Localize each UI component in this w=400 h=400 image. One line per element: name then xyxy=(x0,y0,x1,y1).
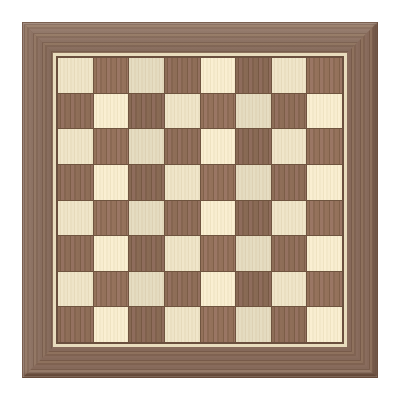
board-frame-top xyxy=(22,22,378,60)
square-a4 xyxy=(58,201,93,236)
square-d2 xyxy=(165,272,200,307)
square-h3 xyxy=(307,236,342,271)
square-f1 xyxy=(236,307,271,342)
square-d8 xyxy=(165,58,200,93)
square-d4 xyxy=(165,201,200,236)
square-e2 xyxy=(201,272,236,307)
square-g8 xyxy=(272,58,307,93)
square-g3 xyxy=(272,236,307,271)
square-e5 xyxy=(201,165,236,200)
square-a3 xyxy=(58,236,93,271)
square-c7 xyxy=(129,94,164,129)
square-d5 xyxy=(165,165,200,200)
board-frame-bottom xyxy=(22,340,378,378)
square-h2 xyxy=(307,272,342,307)
square-b8 xyxy=(94,58,129,93)
square-e4 xyxy=(201,201,236,236)
square-g2 xyxy=(272,272,307,307)
square-a8 xyxy=(58,58,93,93)
square-f2 xyxy=(236,272,271,307)
square-d3 xyxy=(165,236,200,271)
square-d1 xyxy=(165,307,200,342)
square-e6 xyxy=(201,129,236,164)
square-c1 xyxy=(129,307,164,342)
square-f8 xyxy=(236,58,271,93)
chess-board xyxy=(22,22,378,378)
square-f5 xyxy=(236,165,271,200)
square-h5 xyxy=(307,165,342,200)
square-a5 xyxy=(58,165,93,200)
square-g6 xyxy=(272,129,307,164)
board-frame-right xyxy=(340,22,378,378)
square-g5 xyxy=(272,165,307,200)
square-c6 xyxy=(129,129,164,164)
square-e3 xyxy=(201,236,236,271)
square-a7 xyxy=(58,94,93,129)
square-a2 xyxy=(58,272,93,307)
square-d7 xyxy=(165,94,200,129)
square-e1 xyxy=(201,307,236,342)
square-f7 xyxy=(236,94,271,129)
square-c8 xyxy=(129,58,164,93)
square-c3 xyxy=(129,236,164,271)
square-g7 xyxy=(272,94,307,129)
square-f4 xyxy=(236,201,271,236)
square-a6 xyxy=(58,129,93,164)
square-c5 xyxy=(129,165,164,200)
square-b1 xyxy=(94,307,129,342)
square-b5 xyxy=(94,165,129,200)
square-e8 xyxy=(201,58,236,93)
square-e7 xyxy=(201,94,236,129)
square-b7 xyxy=(94,94,129,129)
square-h6 xyxy=(307,129,342,164)
square-g4 xyxy=(272,201,307,236)
square-h7 xyxy=(307,94,342,129)
square-b6 xyxy=(94,129,129,164)
board-grid xyxy=(56,56,344,344)
square-g1 xyxy=(272,307,307,342)
square-c2 xyxy=(129,272,164,307)
square-a1 xyxy=(58,307,93,342)
square-f6 xyxy=(236,129,271,164)
square-d6 xyxy=(165,129,200,164)
chessboard-photo xyxy=(0,0,400,400)
square-h4 xyxy=(307,201,342,236)
square-h8 xyxy=(307,58,342,93)
square-c4 xyxy=(129,201,164,236)
square-b3 xyxy=(94,236,129,271)
square-h1 xyxy=(307,307,342,342)
square-b4 xyxy=(94,201,129,236)
square-b2 xyxy=(94,272,129,307)
square-f3 xyxy=(236,236,271,271)
board-frame-left xyxy=(22,22,60,378)
